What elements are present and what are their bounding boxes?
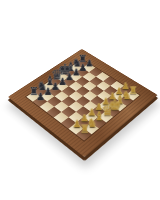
chess-set-photo: ♜♞♝♛♚♝♞♜♟♟♟♟♟♟♟♟♟♟♟♟♟♟♟♟♜♞♝♛♚♝♞♜ — [0, 0, 160, 200]
board-frame: ♜♞♝♛♚♝♞♜♟♟♟♟♟♟♟♟♟♟♟♟♟♟♟♟♜♞♝♛♚♝♞♜ — [8, 49, 158, 157]
piece-white-pawn: ♟ — [120, 82, 130, 91]
chess-board: ♜♞♝♛♚♝♞♜♟♟♟♟♟♟♟♟♟♟♟♟♟♟♟♟♜♞♝♛♚♝♞♜ — [8, 49, 158, 157]
board-grid: ♜♞♝♛♚♝♞♜♟♟♟♟♟♟♟♟♟♟♟♟♟♟♟♟♜♞♝♛♚♝♞♜ — [25, 59, 141, 142]
piece-black-rook: ♜ — [78, 54, 87, 64]
piece-white-rook: ♜ — [128, 86, 138, 96]
